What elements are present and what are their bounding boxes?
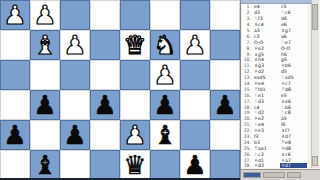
- move-list-panel: 1.e4c52.d3♘c63.♘f3d64.♗c4e65.a3♗g76.c3a6…: [240, 0, 320, 180]
- white-pawn-piece[interactable]: ♟: [153, 62, 176, 88]
- black-pawn-piece[interactable]: ♟: [183, 152, 206, 178]
- black-pawn-piece[interactable]: ♟: [63, 122, 86, 148]
- board-square-f4[interactable]: [60, 60, 90, 90]
- white-move[interactable]: ♗c4: [252, 22, 280, 27]
- white-pawn-piece[interactable]: ♟: [123, 122, 146, 148]
- white-move[interactable]: ♗h4: [252, 57, 280, 62]
- status-segment[interactable]: [287, 172, 301, 178]
- move-row[interactable]: 14.♕e4♕c7: [242, 81, 307, 87]
- chess-board: ♟♟♝♟♛♞♟♟♟♟♟♟♟♟♟♝♝♛♟: [0, 0, 240, 180]
- board-square-b3[interactable]: ♟: [180, 30, 210, 60]
- black-move[interactable]: f6: [280, 122, 307, 127]
- white-move[interactable]: ♕e2: [252, 46, 280, 51]
- black-move[interactable]: ♘e7: [280, 40, 307, 45]
- move-row[interactable]: 5.a3♗g7: [242, 28, 307, 34]
- move-row[interactable]: 1.e4c5: [242, 4, 307, 10]
- board-square-c3[interactable]: ♞: [150, 30, 180, 60]
- black-move[interactable]: e6: [280, 22, 307, 27]
- black-pawn-piece[interactable]: ♟: [153, 92, 176, 118]
- move-row[interactable]: 15.♖fd1♖d8: [242, 86, 307, 92]
- white-move[interactable]: ♘e4: [252, 122, 280, 127]
- move-number: 14.: [242, 81, 252, 86]
- move-number: 13.: [242, 75, 252, 80]
- move-number: 28.: [242, 163, 252, 168]
- black-move[interactable]: g5: [280, 57, 307, 62]
- move-number: 1.: [242, 4, 252, 9]
- board-square-b5[interactable]: [180, 90, 210, 120]
- white-move[interactable]: ♕e3: [252, 128, 280, 133]
- black-move[interactable]: ♘xd5: [280, 75, 307, 80]
- move-number: 21.: [242, 122, 252, 127]
- status-segment[interactable]: [243, 172, 261, 178]
- move-number: 8.: [242, 46, 252, 51]
- board-square-h5[interactable]: [0, 90, 30, 120]
- scrollbar[interactable]: [311, 0, 319, 168]
- board-square-c2[interactable]: [150, 0, 180, 30]
- move-row[interactable]: 3.♘f3d6: [242, 16, 307, 22]
- board-square-e3[interactable]: [90, 30, 120, 60]
- board-square-e2[interactable]: [90, 0, 120, 30]
- black-move[interactable]: h6: [280, 52, 307, 57]
- selected-move-cell[interactable]: ♕d7: [280, 163, 307, 168]
- white-move[interactable]: ♖fd1: [252, 87, 280, 92]
- black-move[interactable]: ♘b6: [280, 105, 307, 110]
- move-row[interactable]: 11.♗g3♕b6: [242, 63, 307, 69]
- move-row[interactable]: 23.f3♗d7: [242, 134, 307, 140]
- black-move[interactable]: ♘c6: [280, 10, 307, 15]
- black-bishop-piece[interactable]: ♝: [153, 122, 176, 148]
- black-pawn-piece[interactable]: ♟: [213, 92, 236, 118]
- black-move[interactable]: ♗e6: [280, 99, 307, 104]
- black-move[interactable]: ♕a7: [280, 158, 307, 163]
- white-move[interactable]: O-O: [252, 40, 280, 45]
- board-square-c7[interactable]: [150, 150, 180, 180]
- black-move[interactable]: a5: [280, 116, 307, 121]
- move-row[interactable]: 12.♕d2d5: [242, 69, 307, 75]
- board-square-f7[interactable]: [60, 150, 90, 180]
- board-square-f6[interactable]: ♟: [60, 120, 90, 150]
- board-square-h7[interactable]: [0, 150, 30, 180]
- move-number: 26.: [242, 152, 252, 157]
- move-row[interactable]: 7.O-O♘e7: [242, 39, 307, 45]
- board-square-a6[interactable]: [210, 120, 240, 150]
- black-move[interactable]: e5: [280, 93, 307, 98]
- move-number: 18.: [242, 105, 252, 110]
- move-number: 20.: [242, 116, 252, 121]
- move-row[interactable]: 8.♕e2O-O: [242, 45, 307, 51]
- move-row[interactable]: 25.♖ae1♕d8: [242, 145, 307, 151]
- move-number: 6.: [242, 34, 252, 39]
- board-square-e7[interactable]: [90, 150, 120, 180]
- board-square-g3[interactable]: ♝: [30, 30, 60, 60]
- move-number: 25.: [242, 146, 252, 151]
- white-move[interactable]: ♕d2: [252, 69, 280, 74]
- black-move[interactable]: a6: [280, 34, 307, 39]
- board-square-b6[interactable]: [180, 120, 210, 150]
- move-number: 15.: [242, 87, 252, 92]
- move-list[interactable]: 1.e4c52.d3♘c63.♘f3d64.♗c4e65.a3♗g76.c3a6…: [242, 4, 307, 168]
- black-pawn-piece[interactable]: ♟: [3, 122, 26, 148]
- move-row[interactable]: 4.♗c4e6: [242, 22, 307, 28]
- black-move[interactable]: ♖e8: [280, 140, 307, 145]
- white-move[interactable]: ♖ae1: [252, 146, 280, 151]
- white-move[interactable]: ♕d1: [252, 158, 280, 163]
- board-square-c5[interactable]: ♟: [150, 90, 180, 120]
- board-square-b2[interactable]: [180, 0, 210, 30]
- move-number: 10.: [242, 57, 252, 62]
- black-pawn-piece[interactable]: ♟: [93, 92, 116, 118]
- white-move[interactable]: ♕e4: [252, 81, 280, 86]
- move-row[interactable]: 20.♕e2a5: [242, 116, 307, 122]
- board-square-a3[interactable]: [210, 30, 240, 60]
- white-move[interactable]: c4: [252, 105, 280, 110]
- move-number: 3.: [242, 16, 252, 21]
- status-segment[interactable]: [263, 172, 285, 178]
- white-pawn-piece[interactable]: ♟: [183, 32, 206, 58]
- black-move[interactable]: ♕c7: [280, 81, 307, 86]
- white-move[interactable]: ♘d2: [252, 110, 280, 115]
- move-number: 11.: [242, 63, 252, 68]
- move-row[interactable]: 21.♘e4f6: [242, 122, 307, 128]
- move-row[interactable]: 27.♕d1♕a7: [242, 157, 307, 163]
- white-pawn-piece[interactable]: ♟: [63, 32, 86, 58]
- board-bottom-edge: [0, 178, 240, 180]
- move-number: 17.: [242, 99, 252, 104]
- board-square-g5[interactable]: ♟: [30, 90, 60, 120]
- board-square-h4[interactable]: [0, 60, 30, 90]
- move-number: 16.: [242, 93, 252, 98]
- black-move[interactable]: ♗c6: [280, 152, 307, 157]
- black-pawn-piece[interactable]: ♟: [33, 92, 56, 118]
- black-move[interactable]: ♗g7: [280, 28, 307, 33]
- move-number: 23.: [242, 134, 252, 139]
- status-bar: [241, 169, 320, 180]
- board-square-e4[interactable]: [90, 60, 120, 90]
- white-pawn-piece[interactable]: ♟: [3, 2, 26, 28]
- move-row[interactable]: 24.b3♖e8: [242, 139, 307, 145]
- board-square-c6[interactable]: ♝: [150, 120, 180, 150]
- board-square-d5[interactable]: [120, 90, 150, 120]
- board-square-e5[interactable]: ♟: [90, 90, 120, 120]
- white-pawn-piece[interactable]: ♟: [33, 2, 56, 28]
- black-bishop-piece[interactable]: ♝: [33, 152, 56, 178]
- move-number: 19.: [242, 110, 252, 115]
- white-move[interactable]: ♘f3: [252, 16, 280, 21]
- black-move[interactable]: ♕d8: [280, 146, 307, 151]
- board-square-e6[interactable]: [90, 120, 120, 150]
- black-move[interactable]: c5: [280, 4, 307, 9]
- board-square-d6[interactable]: ♟: [120, 120, 150, 150]
- board-square-h3[interactable]: [0, 30, 30, 60]
- board-square-f3[interactable]: ♟: [60, 30, 90, 60]
- move-number: 5.: [242, 28, 252, 33]
- black-move[interactable]: O-O: [280, 46, 307, 51]
- scrollbar-bottom-button[interactable]: [312, 156, 318, 166]
- board-square-g7[interactable]: ♝: [30, 150, 60, 180]
- move-row[interactable]: 6.c3a6: [242, 33, 307, 39]
- black-move[interactable]: ♕b6: [280, 63, 307, 68]
- move-row[interactable]: 28.♕d3♕d7: [242, 163, 307, 168]
- black-queen-piece[interactable]: ♛: [123, 152, 146, 178]
- board-square-b4[interactable]: [180, 60, 210, 90]
- white-move[interactable]: ♕e2: [252, 116, 280, 121]
- white-queen-piece[interactable]: ♛: [123, 32, 146, 58]
- white-move[interactable]: ♘c3: [252, 152, 280, 157]
- move-row[interactable]: 9.♗g5h6: [242, 51, 307, 57]
- board-square-d7[interactable]: ♛: [120, 150, 150, 180]
- white-move[interactable]: a3: [252, 28, 280, 33]
- move-row[interactable]: 19.♘d2♘c8: [242, 110, 307, 116]
- white-move[interactable]: f3: [252, 134, 280, 139]
- black-move[interactable]: d6: [280, 16, 307, 21]
- white-move[interactable]: exd5: [252, 75, 280, 80]
- board-square-a4[interactable]: [210, 60, 240, 90]
- move-row[interactable]: 13.exd5♘xd5: [242, 75, 307, 81]
- move-number: 27.: [242, 158, 252, 163]
- white-knight-piece[interactable]: ♞: [153, 32, 176, 58]
- black-move[interactable]: ♗f7: [280, 128, 307, 133]
- board-square-a7[interactable]: [210, 150, 240, 180]
- move-row[interactable]: 17.♘d3♗e6: [242, 98, 307, 104]
- chess-app-window: ♟♟♝♟♛♞♟♟♟♟♟♟♟♟♟♝♝♛♟ 1.e4c52.d3♘c63.♘f3d6…: [0, 0, 320, 180]
- white-move[interactable]: ♘e1: [252, 93, 280, 98]
- move-number: 24.: [242, 140, 252, 145]
- board-square-d4[interactable]: [120, 60, 150, 90]
- board-square-a5[interactable]: ♟: [210, 90, 240, 120]
- board-square-f5[interactable]: [60, 90, 90, 120]
- move-number: 9.: [242, 52, 252, 57]
- white-move[interactable]: b3: [252, 140, 280, 145]
- move-number: 4.: [242, 22, 252, 27]
- move-row[interactable]: 22.♕e3♗f7: [242, 128, 307, 134]
- scrollbar-thumb[interactable]: [312, 4, 318, 30]
- white-move[interactable]: c3: [252, 34, 280, 39]
- move-row[interactable]: 2.d3♘c6: [242, 10, 307, 16]
- board-square-a2[interactable]: [210, 0, 240, 30]
- black-move[interactable]: ♖d8: [280, 87, 307, 92]
- board-square-b7[interactable]: ♟: [180, 150, 210, 180]
- move-number: 7.: [242, 40, 252, 45]
- white-move[interactable]: ♕d3: [252, 163, 280, 168]
- move-number: 12.: [242, 69, 252, 74]
- move-row[interactable]: 16.♘e1e5: [242, 92, 307, 98]
- white-move[interactable]: e4: [252, 4, 280, 9]
- black-move[interactable]: ♘c8: [280, 110, 307, 115]
- black-move[interactable]: d5: [280, 69, 307, 74]
- board-square-f2[interactable]: [60, 0, 90, 30]
- board-square-g2[interactable]: ♟: [30, 0, 60, 30]
- board-square-d2[interactable]: [120, 0, 150, 30]
- white-move[interactable]: ♗g5: [252, 52, 280, 57]
- white-move[interactable]: ♘d3: [252, 99, 280, 104]
- move-row[interactable]: 10.♗h4g5: [242, 57, 307, 63]
- move-row[interactable]: 18.c4♘b6: [242, 104, 307, 110]
- board-square-c4[interactable]: ♟: [150, 60, 180, 90]
- board-square-h6[interactable]: ♟: [0, 120, 30, 150]
- white-bishop-piece[interactable]: ♝: [33, 32, 56, 58]
- black-move[interactable]: ♗d7: [280, 134, 307, 139]
- white-move[interactable]: ♗g3: [252, 63, 280, 68]
- board-square-g4[interactable]: [30, 60, 60, 90]
- board-square-h2[interactable]: ♟: [0, 0, 30, 30]
- move-number: 22.: [242, 128, 252, 133]
- move-number: 2.: [242, 10, 252, 15]
- move-row[interactable]: 26.♘c3♗c6: [242, 151, 307, 157]
- white-move[interactable]: d3: [252, 10, 280, 15]
- board-square-g6[interactable]: [30, 120, 60, 150]
- board-square-d3[interactable]: ♛: [120, 30, 150, 60]
